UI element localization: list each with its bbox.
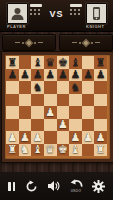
white-pawn[interactable]: ♟	[71, 132, 81, 143]
white-pawn[interactable]: ♟	[96, 132, 106, 143]
square-g2[interactable]: ♟	[82, 131, 95, 144]
square-c7[interactable]: ♟	[31, 69, 44, 82]
square-h4[interactable]	[94, 106, 107, 119]
square-a3[interactable]	[6, 119, 19, 132]
square-b7[interactable]: ♟	[19, 69, 32, 82]
square-f7[interactable]: ♟	[69, 69, 82, 82]
square-d3[interactable]	[44, 119, 57, 132]
square-a2[interactable]: ♟	[6, 131, 19, 144]
square-f6[interactable]: ♞	[69, 81, 82, 94]
white-queen[interactable]: ♛	[45, 144, 55, 155]
sound-icon	[47, 180, 60, 192]
square-g3[interactable]	[82, 119, 95, 132]
white-bishop[interactable]: ♝	[33, 144, 43, 155]
black-rook[interactable]: ♜	[7, 57, 17, 68]
square-b4[interactable]	[19, 106, 32, 119]
square-f8[interactable]: ♝	[69, 56, 82, 69]
black-pawn[interactable]: ♟	[45, 69, 55, 80]
square-e7[interactable]: ♟	[57, 69, 70, 82]
square-g7[interactable]: ♟	[82, 69, 95, 82]
square-b3[interactable]	[19, 119, 32, 132]
square-b1[interactable]: ♞	[19, 144, 32, 157]
opponent-name: KNIGHT	[86, 24, 104, 29]
square-g6[interactable]	[82, 81, 95, 94]
square-f5[interactable]	[69, 94, 82, 107]
square-e8[interactable]: ♚	[57, 56, 70, 69]
white-pawn[interactable]: ♟	[7, 132, 17, 143]
square-f2[interactable]: ♟	[69, 131, 82, 144]
square-c6[interactable]: ♞	[31, 81, 44, 94]
white-rook[interactable]: ♜	[96, 144, 106, 155]
square-c2[interactable]: ♟	[31, 131, 44, 144]
square-e5[interactable]	[57, 94, 70, 107]
white-pawn[interactable]: ♟	[33, 132, 43, 143]
black-pawn[interactable]: ♟	[33, 69, 43, 80]
square-h1[interactable]: ♜	[94, 144, 107, 157]
black-pawn[interactable]: ♟	[20, 69, 30, 80]
square-h2[interactable]: ♟	[94, 131, 107, 144]
square-d7[interactable]: ♟	[44, 69, 57, 82]
square-d4[interactable]: ♟	[44, 106, 57, 119]
square-a1[interactable]: ♜	[6, 144, 19, 157]
pause-button[interactable]	[8, 182, 15, 191]
square-f1[interactable]: ♝	[69, 144, 82, 157]
square-a4[interactable]	[6, 106, 19, 119]
square-d8[interactable]: ♛	[44, 56, 57, 69]
settings-button[interactable]	[92, 180, 105, 193]
square-g5[interactable]	[82, 94, 95, 107]
square-h3[interactable]	[94, 119, 107, 132]
pause-icon	[8, 182, 15, 191]
black-pawn[interactable]: ♟	[71, 69, 81, 80]
white-pawn[interactable]: ♟	[20, 132, 30, 143]
captured-tray-left	[2, 34, 56, 51]
square-d6[interactable]	[44, 81, 57, 94]
square-c8[interactable]: ♝	[31, 56, 44, 69]
undo-label: UNDO	[71, 189, 81, 193]
white-bishop[interactable]: ♝	[71, 144, 81, 155]
square-e4[interactable]	[57, 106, 70, 119]
square-h8[interactable]: ♜	[94, 56, 107, 69]
black-rook[interactable]: ♜	[96, 57, 106, 68]
chess-app: VS PLAYER KNIGHT ♜♝♛♚♝♜♟♟♟♟♟♟♟♟♞♞♟♟♟♟♟♟♟…	[0, 0, 113, 200]
square-g1[interactable]	[82, 144, 95, 157]
black-knight[interactable]: ♞	[71, 82, 81, 93]
square-d2[interactable]	[44, 131, 57, 144]
player-score-bar	[30, 4, 42, 7]
square-f3[interactable]	[69, 119, 82, 132]
toolbar: UNDO	[0, 172, 113, 200]
white-king[interactable]: ♚	[58, 144, 68, 155]
opponent-captured-tray	[70, 4, 83, 22]
square-c4[interactable]	[31, 106, 44, 119]
undo-icon	[70, 179, 83, 188]
black-pawn[interactable]: ♟	[83, 69, 93, 80]
white-pawn[interactable]: ♟	[45, 107, 55, 118]
white-rook[interactable]: ♜	[7, 144, 17, 155]
square-e6[interactable]	[57, 81, 70, 94]
square-h6[interactable]	[94, 81, 107, 94]
black-pawn[interactable]: ♟	[96, 69, 106, 80]
black-bishop[interactable]: ♝	[71, 57, 81, 68]
square-h5[interactable]	[94, 94, 107, 107]
restart-button[interactable]	[25, 180, 38, 193]
white-knight[interactable]: ♞	[20, 144, 30, 155]
square-f4[interactable]	[69, 106, 82, 119]
square-a8[interactable]: ♜	[6, 56, 19, 69]
square-a7[interactable]: ♟	[6, 69, 19, 82]
square-d1[interactable]: ♛	[44, 144, 57, 157]
tray-ornament	[82, 38, 90, 46]
opponent-avatar[interactable]	[86, 3, 107, 24]
black-king[interactable]: ♚	[58, 57, 68, 68]
undo-button[interactable]: UNDO	[70, 179, 83, 193]
player-name: PLAYER	[7, 24, 26, 29]
square-d5[interactable]	[44, 94, 57, 107]
black-bishop[interactable]: ♝	[33, 57, 43, 68]
tray-ornament	[25, 38, 33, 46]
square-b8[interactable]	[19, 56, 32, 69]
white-pawn[interactable]: ♟	[83, 132, 93, 143]
square-b5[interactable]	[19, 94, 32, 107]
black-knight[interactable]: ♞	[33, 82, 43, 93]
black-pawn[interactable]: ♟	[7, 69, 17, 80]
chess-board[interactable]: ♜♝♛♚♝♜♟♟♟♟♟♟♟♟♞♞♟♟♟♟♟♟♟♟♜♞♝♛♚♝♜	[6, 56, 107, 156]
header: VS PLAYER KNIGHT	[0, 0, 113, 32]
sound-button[interactable]	[47, 180, 60, 192]
phone-icon	[89, 6, 104, 21]
gear-icon	[92, 180, 105, 193]
square-e3[interactable]: ♟	[57, 119, 70, 132]
square-a5[interactable]	[6, 94, 19, 107]
square-b2[interactable]: ♟	[19, 131, 32, 144]
captured-tray-right	[59, 34, 113, 51]
square-a6[interactable]	[6, 81, 19, 94]
board-frame: ♜♝♛♚♝♜♟♟♟♟♟♟♟♟♞♞♟♟♟♟♟♟♟♟♜♞♝♛♚♝♜	[2, 52, 113, 162]
square-e1[interactable]: ♚	[57, 144, 70, 157]
square-e2[interactable]	[57, 131, 70, 144]
black-pawn[interactable]: ♟	[58, 69, 68, 80]
square-g8[interactable]	[82, 56, 95, 69]
square-b6[interactable]	[19, 81, 32, 94]
square-h7[interactable]: ♟	[94, 69, 107, 82]
square-c5[interactable]	[31, 94, 44, 107]
opponent-score-bar	[70, 4, 82, 7]
black-queen[interactable]: ♛	[45, 57, 55, 68]
restart-icon	[25, 180, 38, 193]
white-pawn[interactable]: ♟	[58, 119, 68, 130]
square-c3[interactable]	[31, 119, 44, 132]
square-g4[interactable]	[82, 106, 95, 119]
square-c1[interactable]: ♝	[31, 144, 44, 157]
